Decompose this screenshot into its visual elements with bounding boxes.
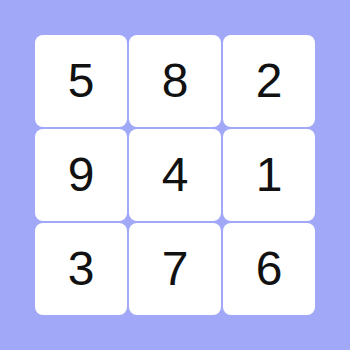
puzzle-board: 5 8 2 9 4 1 3 7 6 — [35, 35, 315, 315]
tile-r1c1[interactable]: 4 — [129, 129, 221, 221]
tile-r2c2[interactable]: 6 — [223, 223, 315, 315]
tile-r1c2[interactable]: 1 — [223, 129, 315, 221]
tile-r2c0[interactable]: 3 — [35, 223, 127, 315]
tile-r0c0[interactable]: 5 — [35, 35, 127, 127]
tile-r2c1[interactable]: 7 — [129, 223, 221, 315]
tile-r0c1[interactable]: 8 — [129, 35, 221, 127]
tile-r0c2[interactable]: 2 — [223, 35, 315, 127]
tile-r1c0[interactable]: 9 — [35, 129, 127, 221]
